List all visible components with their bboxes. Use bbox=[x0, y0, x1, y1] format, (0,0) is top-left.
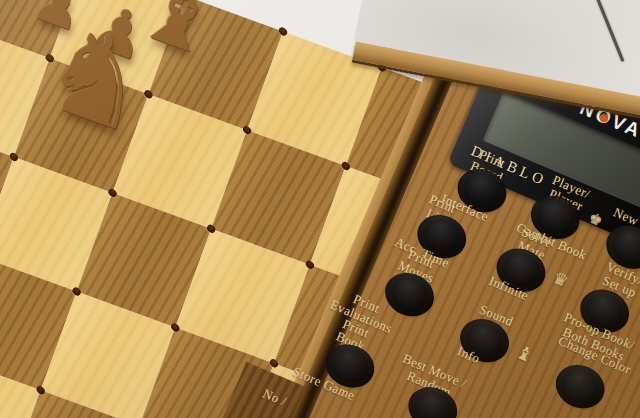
chess-computer-photo: ♟♟♝♞ NOVAG® DIABLO 68000 Print BoardInte… bbox=[0, 0, 640, 418]
